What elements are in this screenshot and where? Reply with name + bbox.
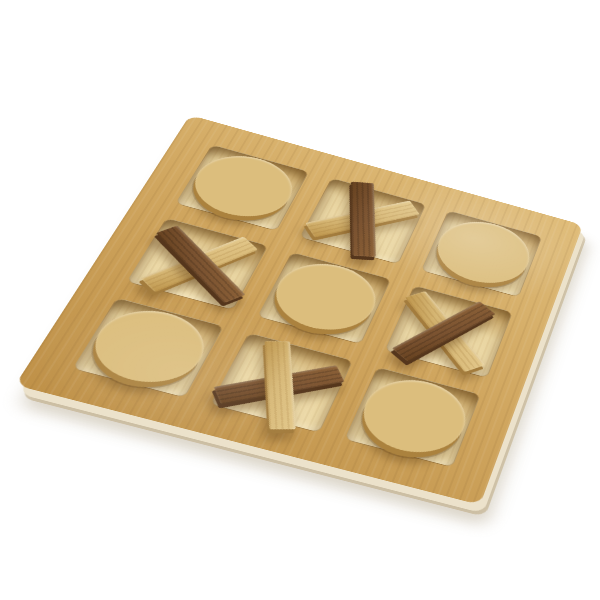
x-bar-light-wrap <box>208 336 349 435</box>
cell-r1c2[interactable] <box>385 285 513 378</box>
o-piece[interactable] <box>427 213 539 293</box>
x-bar-dark-wrap <box>380 286 506 378</box>
o-piece[interactable] <box>181 147 304 227</box>
cell-r2c2[interactable] <box>345 367 481 468</box>
o-piece[interactable] <box>263 254 388 340</box>
x-piece[interactable] <box>380 286 506 378</box>
x-bar-dark <box>156 225 246 303</box>
x-bar-dark <box>351 182 376 258</box>
cell-r1c1[interactable] <box>257 252 392 345</box>
cell-r0c0[interactable] <box>175 144 309 230</box>
x-bar-dark-wrap <box>299 177 424 262</box>
x-bar-dark <box>392 301 496 362</box>
tic-tac-toe-board <box>15 115 583 505</box>
cell-r0c2[interactable] <box>421 210 542 297</box>
cell-r2c0[interactable] <box>72 298 223 398</box>
cell-r2c1[interactable] <box>210 333 354 433</box>
cell-r0c1[interactable] <box>299 178 426 265</box>
x-bar-light <box>265 341 296 429</box>
x-piece[interactable] <box>299 177 424 262</box>
x-piece[interactable] <box>130 219 269 310</box>
x-bar-dark-wrap <box>130 219 269 310</box>
cell-r1c0[interactable] <box>126 218 268 311</box>
x-piece[interactable] <box>208 336 349 435</box>
o-piece[interactable] <box>79 300 219 392</box>
o-piece[interactable] <box>351 370 477 463</box>
photo-stage <box>0 0 600 600</box>
